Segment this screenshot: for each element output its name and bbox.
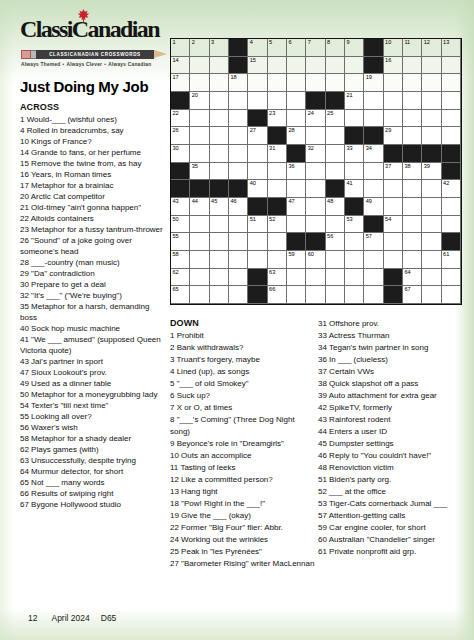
grid-cell[interactable]: 53 — [345, 216, 364, 234]
grid-cell[interactable] — [422, 57, 441, 75]
grid-cell[interactable] — [210, 286, 229, 304]
grid-cell[interactable]: 66 — [268, 286, 287, 304]
pencil-tip — [154, 50, 167, 58]
across-clue: 26 "Sound" of a joke going over someone'… — [20, 235, 168, 257]
grid-cell[interactable]: 39 — [422, 163, 441, 181]
grid-cell[interactable] — [268, 74, 287, 92]
grid-cell[interactable]: 25 — [326, 110, 345, 128]
grid-cell[interactable]: 24 — [306, 110, 325, 128]
grid-cell[interactable]: 1 — [171, 39, 190, 57]
across-clue: 66 Results of swiping right — [20, 488, 168, 499]
grid-cell[interactable] — [268, 233, 287, 251]
across-clue: 23 Metaphor for a fussy tantrum-thrower — [20, 224, 168, 235]
black-cell — [268, 127, 287, 145]
grid-cell[interactable] — [326, 145, 345, 163]
grid-cell[interactable]: 33 — [345, 145, 364, 163]
grid-cell[interactable] — [268, 180, 287, 198]
down-clue: 37 Certain VWs — [318, 366, 464, 378]
grid-cell[interactable] — [248, 163, 267, 181]
across-clue: 32 "It's ___" ("We're buying") — [20, 290, 168, 301]
cell-number: 39 — [424, 163, 430, 169]
grid-cell[interactable] — [442, 269, 461, 287]
grid-cell[interactable]: 36 — [287, 163, 306, 181]
across-header: ACROSS — [20, 102, 168, 112]
grid-cell[interactable]: 6 — [287, 39, 306, 57]
cell-number: 17 — [172, 74, 178, 80]
grid-cell[interactable]: 49 — [364, 198, 383, 216]
grid-cell[interactable]: 21 — [345, 92, 364, 110]
grid-cell[interactable]: 23 — [268, 110, 287, 128]
grid-cell[interactable] — [403, 57, 422, 75]
grid-cell[interactable]: 2 — [190, 39, 209, 57]
grid-cell[interactable]: 48 — [326, 198, 345, 216]
grid-cell[interactable]: 63 — [268, 269, 287, 287]
grid-cell[interactable] — [422, 74, 441, 92]
grid-cell[interactable] — [326, 251, 345, 269]
grid-cell[interactable] — [229, 92, 248, 110]
grid-cell[interactable] — [210, 269, 229, 287]
across-clue: 28 ___-country (man music) — [20, 257, 168, 268]
down-clues-column-1: DOWN 1 Prohibit2 Bank withdrawals?3 Trua… — [170, 318, 316, 570]
grid-cell[interactable] — [422, 110, 441, 128]
grid-cell[interactable] — [326, 286, 345, 304]
grid-cell[interactable] — [248, 233, 267, 251]
crossword-grid[interactable]: 1234567891011121314151617181920212223242… — [170, 38, 462, 305]
grid-cell[interactable] — [210, 251, 229, 269]
grid-cell[interactable] — [229, 269, 248, 287]
down-clue: 48 Renoviction victim — [318, 462, 464, 474]
grid-cell[interactable] — [229, 127, 248, 145]
grid-cell[interactable] — [364, 92, 383, 110]
cell-number: 1 — [172, 39, 175, 45]
black-cell — [248, 286, 267, 304]
down-clue: 8 "___'s Coming" (Three Dog Night song) — [170, 414, 316, 438]
grid-cell[interactable] — [442, 286, 461, 304]
grid-cell[interactable] — [190, 74, 209, 92]
grid-cell[interactable] — [210, 127, 229, 145]
down-clue: 42 SpikeTV, formerly — [318, 402, 464, 414]
black-cell — [326, 180, 345, 198]
grid-cell[interactable] — [306, 180, 325, 198]
down-clue: 25 Peak in "les Pyrénées" — [170, 546, 316, 558]
down-clue: 33 Actress Thurman — [318, 330, 464, 342]
grid-cell[interactable] — [210, 145, 229, 163]
across-clue: 35 Metaphor for a harsh, demanding boss — [20, 301, 168, 323]
grid-cell[interactable] — [345, 74, 364, 92]
grid-cell[interactable]: 40 — [248, 180, 267, 198]
grid-cell[interactable] — [210, 92, 229, 110]
grid-cell[interactable] — [442, 92, 461, 110]
grid-cell[interactable] — [268, 57, 287, 75]
cell-number: 2 — [192, 39, 195, 45]
grid-cell[interactable] — [229, 286, 248, 304]
grid-cell[interactable] — [442, 198, 461, 216]
grid-cell[interactable]: 22 — [171, 110, 190, 128]
grid-cell[interactable] — [403, 180, 422, 198]
grid-cell[interactable] — [364, 251, 383, 269]
grid-cell[interactable] — [345, 269, 364, 287]
down-clue: 19 Give the ___ (okay) — [170, 510, 316, 522]
black-cell — [364, 39, 383, 57]
cell-number: 64 — [404, 269, 410, 275]
across-clue: 16 Years, in Roman times — [20, 169, 168, 180]
cell-number: 3 — [211, 39, 214, 45]
across-clue: 40 Sock hop music machine — [20, 323, 168, 334]
across-clue: 1 Would-___ (wishful ones) — [20, 114, 168, 125]
grid-cell[interactable] — [268, 163, 287, 181]
grid-cell[interactable] — [190, 110, 209, 128]
grid-cell[interactable]: 28 — [287, 127, 306, 145]
tagline-item: Always Clever — [66, 62, 102, 67]
grid-cell[interactable] — [306, 269, 325, 287]
grid-cell[interactable]: 58 — [171, 251, 190, 269]
grid-cell[interactable]: 35 — [190, 163, 209, 181]
grid-cell[interactable] — [345, 163, 364, 181]
down-clue: 43 Rainforest rodent — [318, 414, 464, 426]
grid-cell[interactable]: 12 — [422, 39, 441, 57]
cell-number: 63 — [269, 269, 275, 275]
grid-cell[interactable] — [306, 163, 325, 181]
grid-cell[interactable]: 47 — [287, 198, 306, 216]
down-clue: 46 Reply to "You couldn't have!" — [318, 450, 464, 462]
cell-number: 52 — [269, 216, 275, 222]
grid-cell[interactable] — [287, 269, 306, 287]
cell-number: 67 — [404, 286, 410, 292]
grid-cell[interactable] — [442, 57, 461, 75]
grid-cell[interactable]: 62 — [171, 269, 190, 287]
grid-cell[interactable] — [403, 74, 422, 92]
grid-cell[interactable]: 67 — [403, 286, 422, 304]
grid-cell[interactable] — [364, 286, 383, 304]
down-clue: 61 Private nonprofit aid grp. — [318, 546, 464, 558]
across-clue: 14 Grande to fans, or her perfume — [20, 147, 168, 158]
issue-date: April 2024 — [51, 613, 89, 623]
black-cell — [248, 110, 267, 128]
grid-cell[interactable] — [364, 163, 383, 181]
grid-cell[interactable]: 37 — [384, 163, 403, 181]
grid-cell[interactable]: 50 — [171, 216, 190, 234]
grid-cell[interactable] — [403, 110, 422, 128]
grid-cell[interactable] — [190, 57, 209, 75]
grid-cell[interactable]: 32 — [306, 145, 325, 163]
grid-cell[interactable] — [345, 233, 364, 251]
grid-cell[interactable] — [287, 57, 306, 75]
pencil-banner-text: CLASSICANADIAN CROSSWORDS — [36, 50, 154, 59]
across-clue: 20 Arctic Cat competitor — [20, 191, 168, 202]
grid-cell[interactable]: 11 — [403, 39, 422, 57]
cell-number: 24 — [308, 110, 314, 116]
grid-cell[interactable]: 44 — [190, 198, 209, 216]
across-clue: 22 Altoids containers — [20, 213, 168, 224]
page-number: 12 — [28, 613, 37, 623]
cell-number: 20 — [192, 92, 198, 98]
grid-cell[interactable] — [248, 92, 267, 110]
grid-cell[interactable]: 15 — [248, 57, 267, 75]
grid-cell[interactable] — [403, 251, 422, 269]
grid-cell[interactable] — [403, 127, 422, 145]
grid-cell[interactable] — [210, 110, 229, 128]
down-clue: 59 Car engine cooler, for short — [318, 522, 464, 534]
puzzle-code: D65 — [101, 613, 117, 623]
down-clue: 1 Prohibit — [170, 330, 316, 342]
down-clue: 31 Offshore prov. — [318, 318, 464, 330]
black-cell — [364, 127, 383, 145]
grid-cell[interactable] — [364, 110, 383, 128]
down-clue-list-2: 31 Offshore prov.33 Actress Thurman34 Te… — [318, 318, 464, 558]
grid-cell[interactable] — [326, 74, 345, 92]
grid-cell[interactable] — [364, 269, 383, 287]
grid-cell[interactable] — [442, 74, 461, 92]
grid-cell[interactable]: 65 — [171, 286, 190, 304]
grid-cell[interactable]: 5 — [268, 39, 287, 57]
grid-cell[interactable] — [422, 233, 441, 251]
across-clue: 15 Remove the twine from, as hay — [20, 158, 168, 169]
grid-cell[interactable] — [190, 145, 209, 163]
grid-cell[interactable]: 20 — [190, 92, 209, 110]
cell-number: 45 — [211, 198, 217, 204]
across-clue: 67 Bygone Hollywood studio — [20, 499, 168, 510]
down-clue: 4 Lined (up), as songs — [170, 366, 316, 378]
grid-cell[interactable] — [229, 251, 248, 269]
grid-cell[interactable] — [422, 180, 441, 198]
down-clue: 39 Auto attachment for extra gear — [318, 390, 464, 402]
across-clue: 54 Texter's "till next time" — [20, 400, 168, 411]
grid-cell[interactable] — [442, 127, 461, 145]
grid-cell[interactable] — [384, 233, 403, 251]
grid-cell[interactable] — [422, 92, 441, 110]
grid-cell[interactable]: 13 — [442, 39, 461, 57]
cell-number: 30 — [172, 145, 178, 151]
cell-number: 23 — [269, 110, 275, 116]
grid-cell[interactable] — [190, 233, 209, 251]
grid-cell[interactable] — [403, 233, 422, 251]
grid-cell[interactable] — [403, 216, 422, 234]
grid-cell[interactable] — [287, 92, 306, 110]
grid-cell[interactable]: 4 — [248, 39, 267, 57]
cell-number: 41 — [346, 180, 352, 186]
grid-cell[interactable] — [306, 286, 325, 304]
grid-cell[interactable] — [422, 216, 441, 234]
grid-cell[interactable] — [190, 216, 209, 234]
grid-cell[interactable] — [229, 145, 248, 163]
grid-cell[interactable] — [210, 216, 229, 234]
grid-cell[interactable] — [268, 92, 287, 110]
across-clue: 17 Metaphor for a brainiac — [20, 180, 168, 191]
down-header: DOWN — [170, 318, 316, 328]
grid-cell[interactable] — [190, 286, 209, 304]
grid-cell[interactable]: 43 — [171, 198, 190, 216]
grid-cell[interactable] — [248, 251, 267, 269]
grid-cell[interactable]: 59 — [287, 251, 306, 269]
grid-cell[interactable] — [210, 74, 229, 92]
grid-cell[interactable]: 27 — [248, 127, 267, 145]
grid-cell[interactable] — [306, 198, 325, 216]
cell-number: 15 — [250, 57, 256, 63]
grid-cell[interactable] — [210, 233, 229, 251]
black-cell — [306, 92, 325, 110]
grid-cell[interactable] — [422, 198, 441, 216]
grid-cell[interactable] — [384, 251, 403, 269]
down-clue: 9 Beyonce's role in "Dreamgirls" — [170, 438, 316, 450]
grid-cell[interactable] — [306, 57, 325, 75]
grid-cell[interactable] — [190, 251, 209, 269]
cell-number: 38 — [404, 163, 410, 169]
cell-number: 16 — [385, 57, 391, 63]
grid-cell[interactable] — [287, 216, 306, 234]
cell-number: 65 — [172, 286, 178, 292]
down-clue: 34 Tegan's twin partner in song — [318, 342, 464, 354]
across-clue: 56 Waxer's wish — [20, 422, 168, 433]
grid-cell[interactable] — [326, 216, 345, 234]
grid-cell[interactable]: 51 — [248, 216, 267, 234]
cell-number: 22 — [172, 110, 178, 116]
grid-cell[interactable]: 3 — [210, 39, 229, 57]
down-clue: 27 "Barometer Rising" writer MacLennan — [170, 558, 316, 570]
black-cell — [384, 145, 403, 163]
cell-number: 21 — [346, 92, 352, 98]
black-cell — [364, 57, 383, 75]
grid-cell[interactable]: 14 — [171, 57, 190, 75]
grid-cell[interactable] — [287, 110, 306, 128]
cell-number: 27 — [250, 127, 256, 133]
grid-cell[interactable]: 61 — [442, 251, 461, 269]
grid-cell[interactable] — [345, 286, 364, 304]
across-clue: 49 Used as a dinner table — [20, 378, 168, 389]
grid-cell[interactable] — [190, 127, 209, 145]
grid-cell[interactable]: 42 — [442, 180, 461, 198]
down-clue: 36 In ___ (clueless) — [318, 354, 464, 366]
grid-cell[interactable]: 19 — [364, 74, 383, 92]
grid-cell[interactable]: 9 — [345, 39, 364, 57]
down-clue: 7 X or O, at times — [170, 402, 316, 414]
grid-cell[interactable] — [403, 198, 422, 216]
down-clue: 5 "___ of old Smokey" — [170, 378, 316, 390]
grid-cell[interactable] — [422, 286, 441, 304]
cell-number: 59 — [288, 251, 294, 257]
grid-cell[interactable] — [287, 180, 306, 198]
grid-cell[interactable] — [306, 74, 325, 92]
grid-cell[interactable] — [229, 216, 248, 234]
black-cell — [306, 233, 325, 251]
grid-cell[interactable]: 45 — [210, 198, 229, 216]
grid-cell[interactable]: 34 — [364, 145, 383, 163]
grid-cell[interactable]: 64 — [403, 269, 422, 287]
grid-cell[interactable] — [345, 57, 364, 75]
grid-cell[interactable]: 17 — [171, 74, 190, 92]
grid-cell[interactable] — [422, 127, 441, 145]
across-clue: 30 Prepare to get a deal — [20, 279, 168, 290]
down-clue: 18 "Pow! Right in the ___!" — [170, 498, 316, 510]
cell-number: 54 — [385, 216, 391, 222]
cell-number: 32 — [308, 145, 314, 151]
grid-cell[interactable] — [268, 251, 287, 269]
grid-cell[interactable] — [229, 110, 248, 128]
across-clue: 55 Looking all over? — [20, 411, 168, 422]
grid-cell[interactable]: 60 — [306, 251, 325, 269]
cell-number: 62 — [172, 269, 178, 275]
grid-cell[interactable]: 8 — [326, 39, 345, 57]
grid-cell[interactable]: 41 — [345, 180, 364, 198]
grid-cell[interactable] — [326, 163, 345, 181]
black-cell — [229, 57, 248, 75]
grid-cell[interactable]: 10 — [384, 39, 403, 57]
grid-cell[interactable] — [345, 110, 364, 128]
grid-cell[interactable] — [326, 269, 345, 287]
cell-number: 4 — [250, 39, 253, 45]
grid-cell[interactable] — [442, 216, 461, 234]
cell-number: 47 — [288, 198, 294, 204]
grid-cell[interactable] — [306, 216, 325, 234]
grid-cell[interactable] — [422, 269, 441, 287]
grid-cell[interactable] — [229, 163, 248, 181]
grid-cell[interactable]: 55 — [171, 233, 190, 251]
pencil-graphic: CLASSICANADIAN CROSSWORDS — [21, 50, 167, 59]
grid-cell[interactable]: 38 — [403, 163, 422, 181]
across-clue: 43 Jai's partner in sport — [20, 356, 168, 367]
grid-cell[interactable] — [229, 233, 248, 251]
grid-cell[interactable] — [384, 92, 403, 110]
grid-cell[interactable]: 56 — [326, 233, 345, 251]
cell-number: 36 — [288, 163, 294, 169]
grid-cell[interactable] — [403, 92, 422, 110]
grid-cell[interactable] — [306, 127, 325, 145]
cell-number: 31 — [269, 145, 275, 151]
grid-cell[interactable] — [248, 74, 267, 92]
grid-cell[interactable] — [384, 198, 403, 216]
black-cell — [442, 163, 461, 181]
grid-cell[interactable] — [190, 269, 209, 287]
grid-cell[interactable]: 16 — [384, 57, 403, 75]
grid-cell[interactable] — [210, 57, 229, 75]
grid-cell[interactable] — [326, 57, 345, 75]
grid-cell[interactable] — [287, 286, 306, 304]
cell-number: 46 — [230, 198, 236, 204]
grid-cell[interactable]: 57 — [364, 233, 383, 251]
grid-cell[interactable] — [248, 145, 267, 163]
grid-cell[interactable] — [442, 110, 461, 128]
down-clue: 60 Australian "Chandelier" singer — [318, 534, 464, 546]
grid-cell[interactable] — [364, 180, 383, 198]
tagline-item: Always Themed — [21, 62, 61, 67]
puzzle-title: Just Doing My Job — [20, 78, 148, 95]
grid-cell[interactable]: 26 — [171, 127, 190, 145]
down-clue: 38 Quick slapshot off a pass — [318, 378, 464, 390]
grid-cell[interactable]: 46 — [229, 198, 248, 216]
cell-number: 25 — [327, 110, 333, 116]
grid-cell[interactable] — [384, 180, 403, 198]
cell-number: 34 — [366, 145, 372, 151]
grid-cell[interactable]: 7 — [306, 39, 325, 57]
grid-cell[interactable] — [287, 74, 306, 92]
grid-cell[interactable] — [422, 251, 441, 269]
grid-cell[interactable]: 52 — [268, 216, 287, 234]
grid-cell[interactable]: 29 — [384, 127, 403, 145]
down-clue: 45 Dumpster settings — [318, 438, 464, 450]
black-cell — [248, 198, 267, 216]
grid-cell[interactable] — [326, 127, 345, 145]
across-clue: 62 Plays games (with) — [20, 444, 168, 455]
black-cell — [190, 180, 209, 198]
grid-cell[interactable] — [384, 74, 403, 92]
grid-cell[interactable]: 18 — [229, 74, 248, 92]
grid-cell[interactable]: 31 — [268, 145, 287, 163]
grid-cell[interactable] — [210, 163, 229, 181]
grid-cell[interactable]: 54 — [384, 216, 403, 234]
cell-number: 6 — [288, 39, 291, 45]
grid-cell[interactable] — [384, 110, 403, 128]
grid-cell[interactable] — [345, 251, 364, 269]
grid-cell[interactable]: 30 — [171, 145, 190, 163]
